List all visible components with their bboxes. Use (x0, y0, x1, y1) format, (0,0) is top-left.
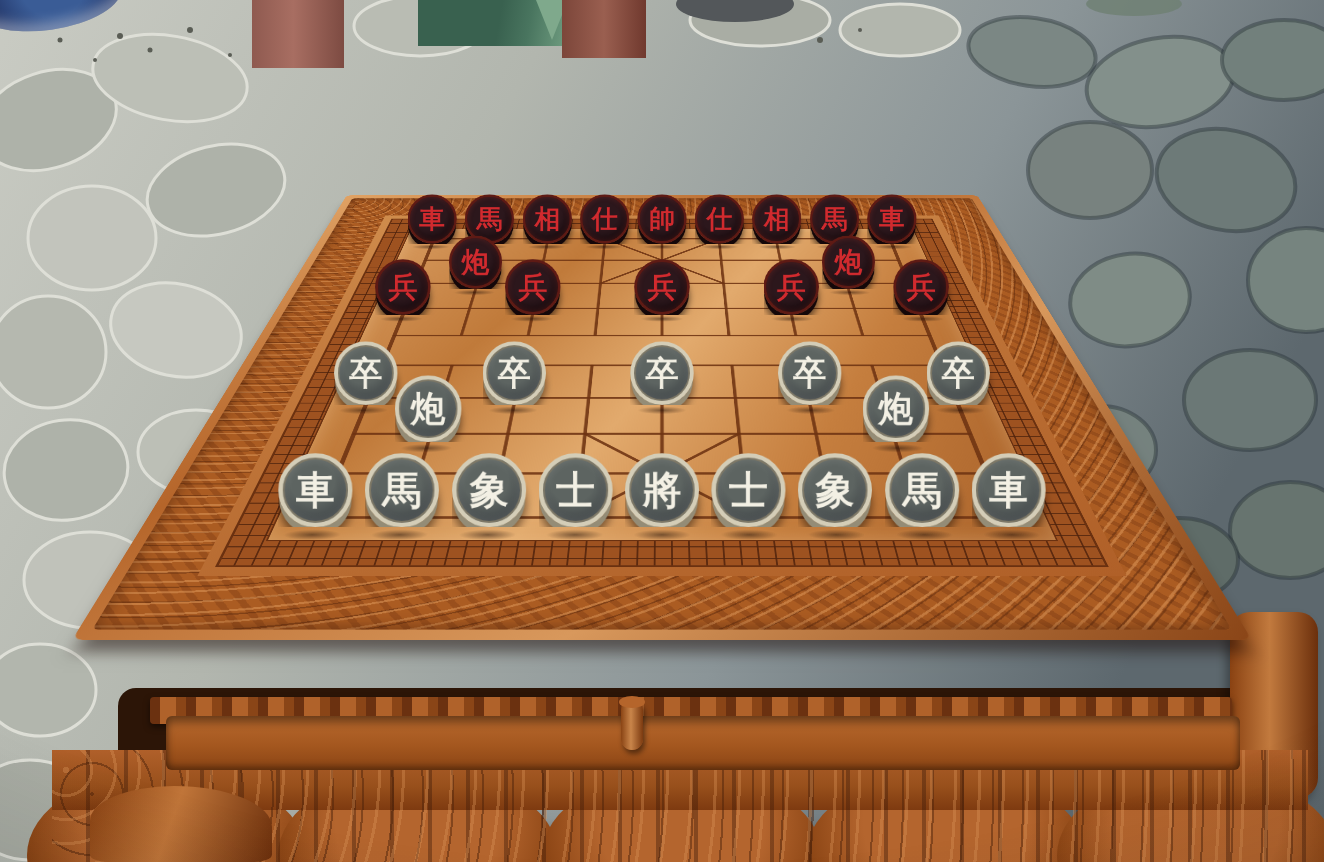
photo-scene: 車馬相仕帥仕相馬車炮炮兵兵兵兵兵卒卒卒卒卒炮炮車馬象士將士象馬車 (0, 0, 1324, 862)
drawer-front (166, 716, 1240, 770)
red-pillar (252, 0, 344, 68)
drawer-knob (621, 700, 643, 750)
xiangqi-board[interactable]: 車馬相仕帥仕相馬車炮炮兵兵兵兵兵卒卒卒卒卒炮炮車馬象士將士象馬車 (266, 229, 1059, 542)
red-pillar-2 (562, 0, 646, 58)
